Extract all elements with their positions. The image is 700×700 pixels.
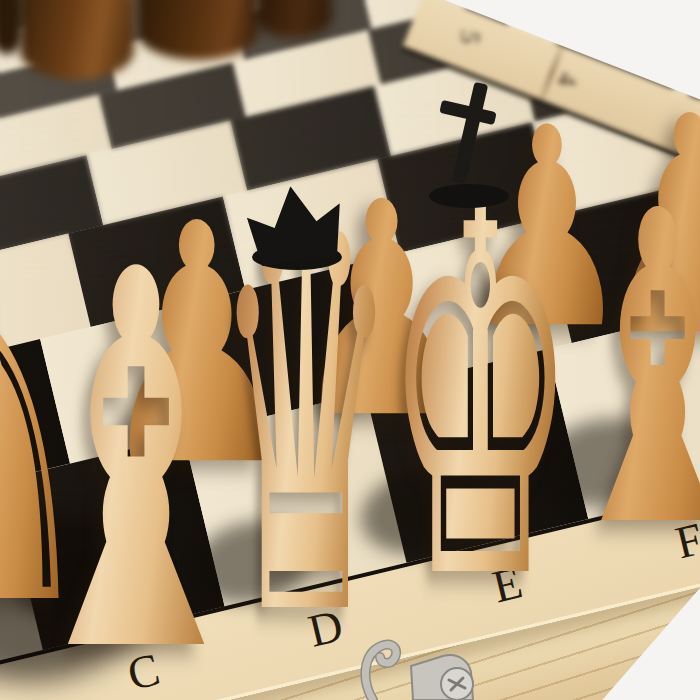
file-label-e: E xyxy=(472,552,543,618)
blurred-black-piece xyxy=(20,0,134,80)
blurred-black-piece xyxy=(0,0,22,54)
rank-label-near: 4 xyxy=(550,70,583,88)
blurred-black-piece xyxy=(138,0,258,60)
chess-set-photo: C D E F 5 4 ♞ ♟ ♟ ♟ ♟ ♝ ♚ ♛ ♝ xyxy=(0,0,700,700)
metal-clasp-icon xyxy=(345,636,495,700)
file-label-f: F xyxy=(654,508,700,574)
rank-label-far: 5 xyxy=(453,28,486,46)
king-finial-base xyxy=(429,184,509,208)
